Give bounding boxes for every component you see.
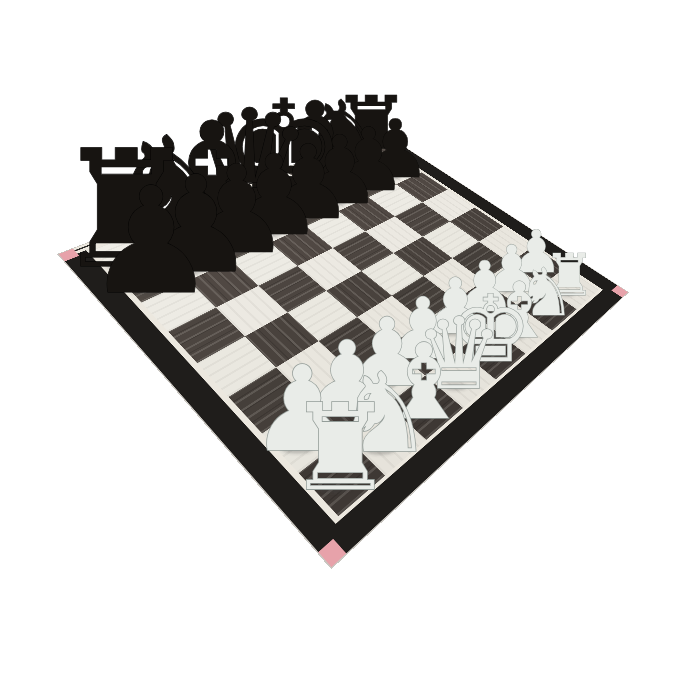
piece-white-rook-a1: ♜: [287, 379, 394, 517]
pieces-layer: ♜♞♟♝♟♚♟♛♟♝♟♞♟♜♟♟♟♟♜♟♞♟♝♟♚♟♛♟♝♟♞♜: [0, 0, 700, 700]
piece-black-pawn-a7: ♟: [85, 156, 217, 327]
chess-set-product-photo: ♜♞♟♝♟♚♟♛♟♝♟♞♟♜♟♟♟♟♜♟♞♟♝♟♚♟♛♟♝♟♞♜: [0, 0, 700, 700]
